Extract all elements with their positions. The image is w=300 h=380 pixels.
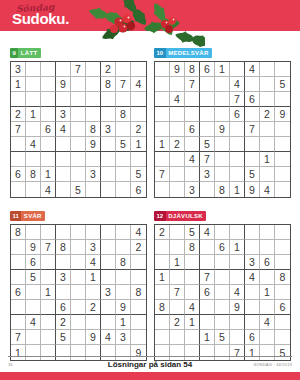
cell-r1c8 bbox=[116, 62, 131, 77]
difficulty-badge-devilish: 12 DJÄVULSK bbox=[154, 211, 206, 221]
difficulty-label: DJÄVULSK bbox=[166, 211, 207, 221]
cell-r2c1 bbox=[155, 77, 170, 92]
cell-r9c5: 8 bbox=[215, 182, 230, 197]
puzzle-number: 10 bbox=[154, 48, 166, 58]
cell-r4c2 bbox=[170, 107, 185, 122]
cell-r9c5: 5 bbox=[71, 182, 86, 197]
cell-r5c3: 1 bbox=[41, 285, 56, 300]
cell-r4c7: 4 bbox=[245, 270, 260, 285]
cell-r8c5 bbox=[71, 330, 86, 345]
puzzle-number: 11 bbox=[10, 211, 21, 221]
cell-r2c5 bbox=[71, 240, 86, 255]
cell-r6c2: 4 bbox=[26, 137, 41, 152]
cell-r9c1 bbox=[11, 182, 26, 197]
cell-r4c6 bbox=[230, 270, 245, 285]
cell-r7c3 bbox=[41, 315, 56, 330]
cell-r7c9 bbox=[131, 315, 146, 330]
cell-r6c5 bbox=[71, 300, 86, 315]
cell-r2c9: 5 bbox=[275, 77, 290, 92]
cell-r5c3: 6 bbox=[41, 122, 56, 137]
cell-r7c1 bbox=[11, 152, 26, 167]
cell-r9c6 bbox=[86, 182, 101, 197]
cell-r6c6: 9 bbox=[86, 137, 101, 152]
cell-r5c5 bbox=[71, 285, 86, 300]
cell-r1c5 bbox=[71, 225, 86, 240]
cell-r3c7: 3 bbox=[245, 255, 260, 270]
cell-r2c3: 7 bbox=[41, 240, 56, 255]
cell-r9c7: 9 bbox=[245, 182, 260, 197]
cell-r8c7: 6 bbox=[245, 330, 260, 345]
cell-r3c4 bbox=[56, 92, 71, 107]
cell-r1c1: 8 bbox=[11, 225, 26, 240]
cell-r8c2 bbox=[170, 330, 185, 345]
cell-r6c3: 4 bbox=[185, 300, 200, 315]
sudoku-grid-hard: 849783264853161386294217594319 bbox=[10, 224, 147, 361]
cell-r8c8 bbox=[260, 167, 275, 182]
cell-r2c9: 2 bbox=[131, 240, 146, 255]
cell-r6c8: 9 bbox=[116, 300, 131, 315]
cell-r9c6: 1 bbox=[230, 182, 245, 197]
cell-r3c3 bbox=[41, 92, 56, 107]
cell-r9c3: 3 bbox=[185, 182, 200, 197]
cell-r4c3 bbox=[185, 107, 200, 122]
cell-r7c3: 1 bbox=[185, 315, 200, 330]
cell-r1c4: 6 bbox=[200, 62, 215, 77]
cell-r6c6: 2 bbox=[86, 300, 101, 315]
cell-r7c1 bbox=[155, 152, 170, 167]
cell-r5c3 bbox=[185, 285, 200, 300]
cell-r8c2 bbox=[26, 330, 41, 345]
cell-r5c7: 3 bbox=[101, 122, 116, 137]
puzzle-devilish: 12 DJÄVULSK 2548611361748764184962141567… bbox=[154, 204, 294, 361]
cell-r9c8: 4 bbox=[260, 182, 275, 197]
cell-r2c3 bbox=[41, 77, 56, 92]
cell-r5c2: 7 bbox=[170, 285, 185, 300]
cell-r6c2 bbox=[170, 300, 185, 315]
cell-r8c3 bbox=[185, 330, 200, 345]
cell-r3c2: 6 bbox=[26, 255, 41, 270]
cell-r3c6 bbox=[230, 255, 245, 270]
cell-r8c3: 1 bbox=[41, 167, 56, 182]
cell-r3c3 bbox=[185, 92, 200, 107]
cell-r7c4: 2 bbox=[56, 315, 71, 330]
cell-r7c9 bbox=[275, 315, 290, 330]
cell-r8c5: 5 bbox=[215, 330, 230, 345]
cell-r6c2: 2 bbox=[170, 137, 185, 152]
cell-r7c8 bbox=[116, 152, 131, 167]
cell-r2c7 bbox=[245, 240, 260, 255]
cell-r8c9 bbox=[275, 330, 290, 345]
cell-r6c4: 5 bbox=[200, 137, 215, 152]
cell-r2c1 bbox=[155, 240, 170, 255]
cell-r6c4 bbox=[56, 137, 71, 152]
logo-sudoku-text: Sudoku. bbox=[12, 10, 69, 27]
cell-r6c4 bbox=[200, 300, 215, 315]
cell-r2c8 bbox=[260, 77, 275, 92]
cell-r6c9: 1 bbox=[131, 137, 146, 152]
cell-r4c9 bbox=[131, 270, 146, 285]
cell-r2c9 bbox=[275, 240, 290, 255]
cell-r6c5 bbox=[215, 137, 230, 152]
cell-r2c8: 7 bbox=[116, 77, 131, 92]
cell-r2c2 bbox=[26, 77, 41, 92]
cell-r3c6 bbox=[86, 92, 101, 107]
cell-r5c6 bbox=[230, 122, 245, 137]
cell-r8c5 bbox=[215, 167, 230, 182]
cell-r3c7 bbox=[101, 92, 116, 107]
sudoku-grid-medium: 9861474547662969712547173538194 bbox=[154, 61, 291, 198]
cell-r2c7 bbox=[101, 240, 116, 255]
cell-r5c2 bbox=[170, 122, 185, 137]
cell-r6c7 bbox=[245, 137, 260, 152]
cell-r3c9 bbox=[131, 255, 146, 270]
cell-r1c9 bbox=[275, 62, 290, 77]
cell-r3c5 bbox=[215, 255, 230, 270]
cell-r7c5 bbox=[215, 315, 230, 330]
cell-r5c5: 9 bbox=[215, 122, 230, 137]
cell-r7c8: 1 bbox=[116, 315, 131, 330]
sudoku-grid-easy: 372198742138764832495168135456 bbox=[10, 61, 147, 198]
cell-r7c3 bbox=[41, 152, 56, 167]
cell-r5c8 bbox=[260, 122, 275, 137]
cell-r6c8: 5 bbox=[116, 137, 131, 152]
cell-r3c3 bbox=[185, 255, 200, 270]
cell-r1c3 bbox=[41, 225, 56, 240]
cell-r4c1 bbox=[11, 270, 26, 285]
cell-r2c3: 7 bbox=[185, 77, 200, 92]
cell-r3c1 bbox=[155, 92, 170, 107]
cell-r8c7: 4 bbox=[101, 330, 116, 345]
cell-r2c6: 1 bbox=[230, 240, 245, 255]
cell-r3c8: 8 bbox=[116, 255, 131, 270]
cell-r1c3: 8 bbox=[185, 62, 200, 77]
cell-r5c2 bbox=[26, 285, 41, 300]
cell-r1c5 bbox=[215, 225, 230, 240]
page-number: 16 bbox=[8, 362, 12, 367]
cell-r6c8 bbox=[260, 137, 275, 152]
cell-r4c4: 3 bbox=[56, 107, 71, 122]
cell-r5c7: 3 bbox=[101, 285, 116, 300]
cell-r1c2 bbox=[26, 225, 41, 240]
cell-r5c8 bbox=[116, 122, 131, 137]
cell-r6c1: 8 bbox=[155, 300, 170, 315]
cell-r6c5 bbox=[215, 300, 230, 315]
cell-r2c2 bbox=[170, 240, 185, 255]
cell-r5c6: 8 bbox=[86, 122, 101, 137]
cell-r1c4 bbox=[56, 62, 71, 77]
cell-r1c8 bbox=[260, 62, 275, 77]
cell-r3c8 bbox=[260, 92, 275, 107]
cell-r4c1: 2 bbox=[11, 107, 26, 122]
cell-r8c3 bbox=[185, 167, 200, 182]
cell-r1c9 bbox=[275, 225, 290, 240]
cell-r7c4 bbox=[56, 152, 71, 167]
cell-r9c4 bbox=[56, 182, 71, 197]
cell-r6c7 bbox=[245, 300, 260, 315]
difficulty-badge-hard: 11 SVÅR bbox=[10, 211, 45, 221]
cell-r4c2 bbox=[170, 270, 185, 285]
cell-r1c3 bbox=[41, 62, 56, 77]
cell-r4c5 bbox=[215, 107, 230, 122]
cell-r6c4: 6 bbox=[56, 300, 71, 315]
cell-r5c9 bbox=[275, 122, 290, 137]
cell-r3c5 bbox=[215, 92, 230, 107]
cell-r3c4 bbox=[200, 92, 215, 107]
cell-r1c2: 9 bbox=[170, 62, 185, 77]
cell-r6c5 bbox=[71, 137, 86, 152]
cell-r6c1 bbox=[11, 300, 26, 315]
cell-r7c4 bbox=[200, 315, 215, 330]
cell-r5c4 bbox=[200, 122, 215, 137]
cell-r3c7 bbox=[101, 255, 116, 270]
cell-r1c6 bbox=[230, 225, 245, 240]
cell-r1c4 bbox=[56, 225, 71, 240]
cell-r1c4: 4 bbox=[200, 225, 215, 240]
cell-r2c8 bbox=[116, 240, 131, 255]
cell-r8c1: 7 bbox=[11, 330, 26, 345]
cell-r8c1 bbox=[155, 330, 170, 345]
cell-r8c5 bbox=[71, 167, 86, 182]
cell-r8c4: 1 bbox=[200, 330, 215, 345]
cell-r2c6: 3 bbox=[86, 240, 101, 255]
cell-r7c2: 4 bbox=[26, 315, 41, 330]
cell-r1c1: 3 bbox=[11, 62, 26, 77]
cell-r4c7 bbox=[245, 107, 260, 122]
cell-r3c9 bbox=[131, 92, 146, 107]
cell-r2c7 bbox=[245, 77, 260, 92]
cell-r4c7 bbox=[101, 107, 116, 122]
cell-r3c5 bbox=[71, 255, 86, 270]
cell-r5c4: 6 bbox=[200, 285, 215, 300]
cell-r7c6 bbox=[86, 152, 101, 167]
cell-r6c8 bbox=[260, 300, 275, 315]
cell-r8c1: 6 bbox=[11, 167, 26, 182]
cell-r2c6 bbox=[86, 77, 101, 92]
cell-r3c2: 4 bbox=[170, 92, 185, 107]
cell-r4c6: 6 bbox=[230, 107, 245, 122]
cell-r9c2 bbox=[26, 182, 41, 197]
cell-r7c1 bbox=[155, 315, 170, 330]
solutions-note: Lösningar på sidan 54 bbox=[108, 360, 192, 369]
cell-r7c2: 2 bbox=[170, 315, 185, 330]
cell-r6c1 bbox=[11, 137, 26, 152]
cell-r1c8 bbox=[260, 225, 275, 240]
cell-r1c5: 1 bbox=[215, 62, 230, 77]
cell-r1c7 bbox=[101, 225, 116, 240]
sudoku-page: Söndag Sudoku. 9 bbox=[0, 0, 300, 380]
cell-r2c4 bbox=[200, 77, 215, 92]
cell-r3c5 bbox=[71, 92, 86, 107]
cell-r5c5 bbox=[215, 285, 230, 300]
cell-r3c2: 1 bbox=[170, 255, 185, 270]
cell-r6c2 bbox=[26, 300, 41, 315]
cell-r7c5 bbox=[215, 152, 230, 167]
cell-r7c6 bbox=[230, 315, 245, 330]
cell-r4c4: 3 bbox=[56, 270, 71, 285]
cell-r7c7 bbox=[101, 315, 116, 330]
cell-r3c8 bbox=[116, 92, 131, 107]
cell-r2c5 bbox=[215, 77, 230, 92]
sudoku-grid-devilish: 254861136174876418496214156715 bbox=[154, 224, 291, 361]
puzzle-easy: 9 LÄTT 372198742138764832495168135456 bbox=[10, 41, 150, 198]
cell-r4c8: 8 bbox=[116, 107, 131, 122]
cell-r7c9 bbox=[131, 152, 146, 167]
cell-r7c9 bbox=[275, 152, 290, 167]
cell-r3c7: 6 bbox=[245, 92, 260, 107]
cell-r4c1 bbox=[155, 107, 170, 122]
cell-r8c7 bbox=[101, 167, 116, 182]
cell-r5c1 bbox=[155, 285, 170, 300]
cell-r1c9: 4 bbox=[131, 225, 146, 240]
cell-r5c7 bbox=[245, 285, 260, 300]
cell-r4c8 bbox=[116, 270, 131, 285]
cell-r7c6 bbox=[230, 152, 245, 167]
cell-r8c8 bbox=[260, 330, 275, 345]
cell-r2c7: 8 bbox=[101, 77, 116, 92]
cell-r4c5 bbox=[71, 270, 86, 285]
cell-r4c6 bbox=[86, 107, 101, 122]
cell-r2c2: 9 bbox=[26, 240, 41, 255]
bottom-red-bar bbox=[0, 372, 300, 380]
cell-r1c7: 4 bbox=[245, 62, 260, 77]
cell-r5c9: 8 bbox=[131, 285, 146, 300]
cell-r7c3: 4 bbox=[185, 152, 200, 167]
cell-r4c3 bbox=[41, 270, 56, 285]
cell-r1c1 bbox=[155, 62, 170, 77]
cell-r4c8: 2 bbox=[260, 107, 275, 122]
cell-r8c9 bbox=[275, 167, 290, 182]
cell-r5c4 bbox=[56, 285, 71, 300]
cell-r5c4: 4 bbox=[56, 122, 71, 137]
cell-r2c6: 4 bbox=[230, 77, 245, 92]
cell-r7c2 bbox=[170, 152, 185, 167]
cell-r7c5 bbox=[71, 152, 86, 167]
difficulty-label: MEDELSVÅR bbox=[166, 48, 212, 58]
cell-r8c2: 8 bbox=[26, 167, 41, 182]
cell-r8c9 bbox=[131, 330, 146, 345]
cell-r1c3: 5 bbox=[185, 225, 200, 240]
puzzle-number: 9 bbox=[10, 48, 18, 58]
cell-r4c9: 8 bbox=[275, 270, 290, 285]
cell-r5c2 bbox=[26, 122, 41, 137]
cell-r2c5: 6 bbox=[215, 240, 230, 255]
cell-r3c3 bbox=[41, 255, 56, 270]
cell-r9c7 bbox=[101, 182, 116, 197]
cell-r5c8 bbox=[116, 285, 131, 300]
cell-r8c4: 5 bbox=[56, 330, 71, 345]
cell-r8c8 bbox=[116, 167, 131, 182]
cell-r1c6 bbox=[230, 62, 245, 77]
cell-r8c6 bbox=[230, 167, 245, 182]
cell-r3c6: 4 bbox=[86, 255, 101, 270]
cell-r8c2 bbox=[170, 167, 185, 182]
cell-r4c3 bbox=[185, 270, 200, 285]
cell-r1c2 bbox=[26, 62, 41, 77]
cell-r8c1: 7 bbox=[155, 167, 170, 182]
difficulty-label: LÄTT bbox=[18, 48, 41, 58]
cell-r7c8: 4 bbox=[260, 315, 275, 330]
cell-r2c1 bbox=[11, 240, 26, 255]
cell-r7c8: 1 bbox=[260, 152, 275, 167]
cell-r4c4 bbox=[200, 107, 215, 122]
cell-r6c9 bbox=[275, 137, 290, 152]
cell-r6c7 bbox=[101, 137, 116, 152]
cell-r4c5 bbox=[215, 270, 230, 285]
cell-r5c1 bbox=[155, 122, 170, 137]
cell-r5c6: 4 bbox=[230, 285, 245, 300]
cell-r8c3 bbox=[41, 330, 56, 345]
cell-r5c7: 7 bbox=[245, 122, 260, 137]
cell-r6c1: 1 bbox=[155, 137, 170, 152]
cell-r2c4: 8 bbox=[56, 240, 71, 255]
cell-r2c8 bbox=[260, 240, 275, 255]
cell-r8c6: 3 bbox=[86, 167, 101, 182]
cell-r1c9 bbox=[131, 62, 146, 77]
cell-r3c8: 6 bbox=[260, 255, 275, 270]
cell-r6c7 bbox=[101, 300, 116, 315]
cell-r9c9 bbox=[275, 182, 290, 197]
cell-r2c5 bbox=[71, 77, 86, 92]
cell-r6c3 bbox=[41, 137, 56, 152]
cell-r7c7 bbox=[245, 315, 260, 330]
cell-r9c2 bbox=[170, 182, 185, 197]
cell-r8c6 bbox=[230, 330, 245, 345]
cell-r3c4 bbox=[56, 255, 71, 270]
cell-r9c1 bbox=[155, 182, 170, 197]
cell-r7c5 bbox=[71, 315, 86, 330]
cell-r5c5 bbox=[71, 122, 86, 137]
cell-r3c6: 7 bbox=[230, 92, 245, 107]
cell-r2c4: 9 bbox=[56, 77, 71, 92]
cell-r4c2: 1 bbox=[26, 107, 41, 122]
cell-r2c2 bbox=[170, 77, 185, 92]
cell-r9c3: 4 bbox=[41, 182, 56, 197]
cell-r7c4: 7 bbox=[200, 152, 215, 167]
cell-r9c8 bbox=[116, 182, 131, 197]
cell-r5c6 bbox=[86, 285, 101, 300]
cell-r4c8 bbox=[260, 270, 275, 285]
cell-r3c1 bbox=[11, 255, 26, 270]
cell-r9c4 bbox=[200, 182, 215, 197]
cell-r1c6 bbox=[86, 225, 101, 240]
cell-r5c1: 7 bbox=[11, 122, 26, 137]
cell-r8c4: 3 bbox=[200, 167, 215, 182]
cell-r1c2 bbox=[170, 225, 185, 240]
cell-r4c2: 5 bbox=[26, 270, 41, 285]
cell-r5c9 bbox=[275, 285, 290, 300]
cell-r4c7 bbox=[101, 270, 116, 285]
cell-r6c9: 6 bbox=[275, 300, 290, 315]
cell-r4c3 bbox=[41, 107, 56, 122]
cell-r4c5 bbox=[71, 107, 86, 122]
cell-r3c9 bbox=[275, 255, 290, 270]
cell-r3c2 bbox=[26, 92, 41, 107]
cell-r2c4 bbox=[200, 240, 215, 255]
cell-r8c4 bbox=[56, 167, 71, 182]
cell-r3c9 bbox=[275, 92, 290, 107]
cell-r2c3: 8 bbox=[185, 240, 200, 255]
cell-r8c6: 9 bbox=[86, 330, 101, 345]
cell-r3c4 bbox=[200, 255, 215, 270]
footer: 16 Lösningar på sidan 54 SÖNDAG · 44/201… bbox=[8, 356, 292, 371]
cell-r8c7: 5 bbox=[245, 167, 260, 182]
cell-r3c1 bbox=[155, 255, 170, 270]
cell-r9c9: 6 bbox=[131, 182, 146, 197]
cell-r5c9: 2 bbox=[131, 122, 146, 137]
cell-r7c6 bbox=[86, 315, 101, 330]
puzzle-hard: 11 SVÅR 849783264853161386294217594319 bbox=[10, 204, 150, 361]
cell-r1c8 bbox=[116, 225, 131, 240]
